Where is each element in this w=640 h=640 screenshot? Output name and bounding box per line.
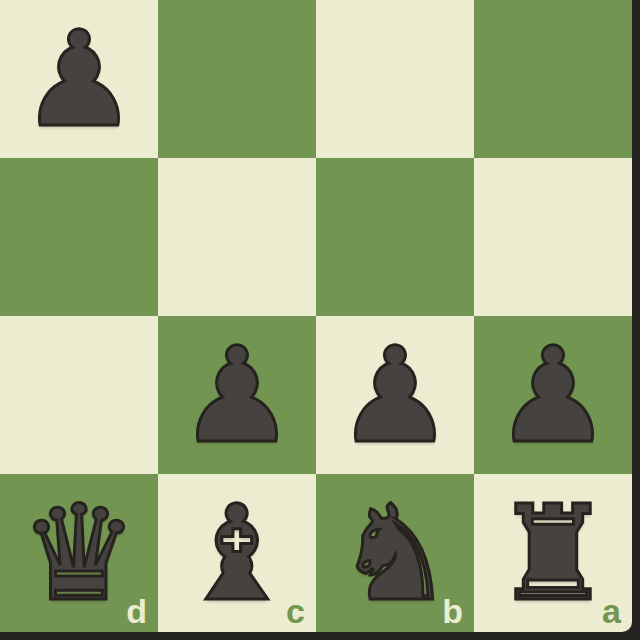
square-a6[interactable] <box>474 158 632 316</box>
square-c6[interactable] <box>158 158 316 316</box>
square-d7[interactable] <box>0 316 158 474</box>
square-c5[interactable] <box>158 0 316 158</box>
square-c7[interactable]: ♟ <box>158 316 316 474</box>
black-rook[interactable]: ♜ <box>474 474 632 632</box>
black-pawn[interactable]: ♟ <box>0 0 158 158</box>
black-bishop[interactable]: ♝ <box>158 474 316 632</box>
square-d6[interactable] <box>0 158 158 316</box>
square-d5[interactable]: ♟ <box>0 0 158 158</box>
square-b7[interactable]: ♟ <box>316 316 474 474</box>
black-knight[interactable]: ♞ <box>316 474 474 632</box>
square-a8[interactable]: ♜a <box>474 474 632 632</box>
square-b5[interactable] <box>316 0 474 158</box>
square-b6[interactable] <box>316 158 474 316</box>
app-background: ♟♟♟♟♛d♝c♞b♜a <box>0 0 640 640</box>
square-a7[interactable]: ♟ <box>474 316 632 474</box>
chess-board: ♟♟♟♟♛d♝c♞b♜a <box>0 0 632 632</box>
black-pawn[interactable]: ♟ <box>316 316 474 474</box>
square-a5[interactable] <box>474 0 632 158</box>
square-c8[interactable]: ♝c <box>158 474 316 632</box>
square-b8[interactable]: ♞b <box>316 474 474 632</box>
black-queen[interactable]: ♛ <box>0 474 158 632</box>
black-pawn[interactable]: ♟ <box>474 316 632 474</box>
square-d8[interactable]: ♛d <box>0 474 158 632</box>
black-pawn[interactable]: ♟ <box>158 316 316 474</box>
